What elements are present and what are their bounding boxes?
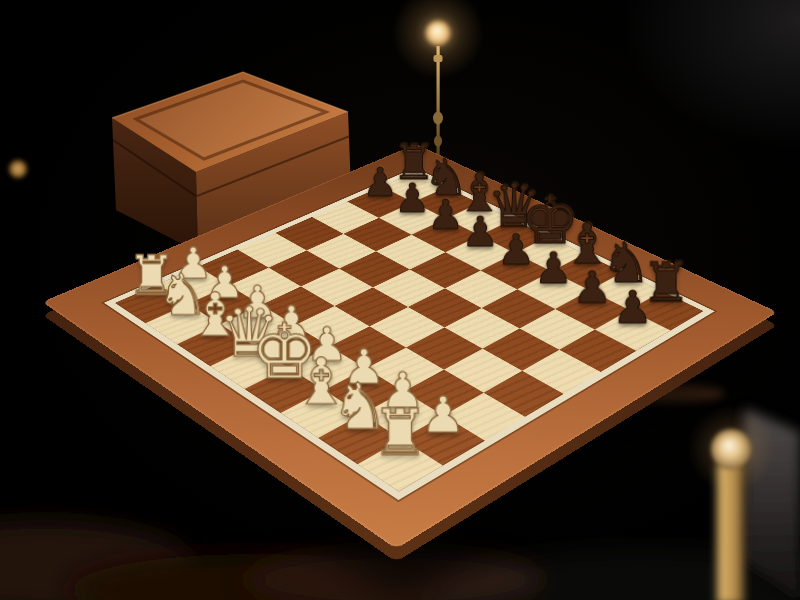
piece-black-pawn: ♟ xyxy=(572,265,612,309)
accent-lamp-ball xyxy=(711,429,751,469)
piece-black-pawn: ♟ xyxy=(462,211,499,253)
lamp-joint xyxy=(433,112,443,125)
square-b5 xyxy=(307,234,376,269)
lamp-bulb xyxy=(426,21,451,46)
piece-white-rook: ♜ xyxy=(372,401,429,465)
piece-black-pawn: ♟ xyxy=(497,229,535,271)
piece-black-pawn: ♟ xyxy=(394,178,430,218)
piece-black-pawn: ♟ xyxy=(427,194,464,235)
scene: ♜♞♝♛♚♝♞♜♟♟♟♟♟♟♟♟♟♟♟♟♟♟♟♟♜♞♝♛♚♝♞♜ xyxy=(0,0,800,600)
accent-lamp-stem xyxy=(717,464,744,600)
desk-lamp xyxy=(392,0,484,156)
bokeh-light xyxy=(7,158,29,180)
backdrop-haze xyxy=(620,0,800,150)
piece-black-pawn: ♟ xyxy=(534,247,573,290)
piece-black-pawn: ♟ xyxy=(612,285,652,330)
piece-black-pawn: ♟ xyxy=(363,163,398,202)
